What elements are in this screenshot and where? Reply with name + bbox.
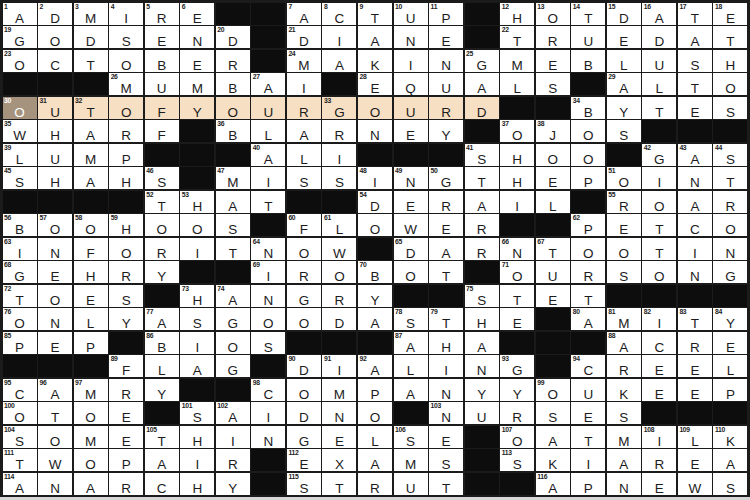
cell-r11c5[interactable]: R [145,238,179,260]
cell-r14c1[interactable]: 76O [3,308,37,330]
cell-r3c2[interactable]: C [38,50,72,72]
cell-r2c7[interactable]: 20D [216,26,250,48]
cell-r20c17[interactable]: I [571,449,605,471]
cell-r8c10[interactable]: S [322,167,356,189]
cell-r5c8[interactable]: U [251,97,285,119]
cell-r6c1[interactable]: 35W [3,120,37,142]
cell-r10c19[interactable]: T [642,214,676,236]
cell-r21c3[interactable]: A [74,473,108,495]
cell-r7c19[interactable]: 42G [642,144,676,166]
cell-r13c7[interactable]: 74A [216,285,250,307]
cell-r13c10[interactable]: R [322,285,356,307]
cell-r10c20[interactable]: C [678,214,712,236]
cell-r11c10[interactable]: W [322,238,356,260]
cell-r10c17[interactable]: 62P [571,214,605,236]
cell-r8c16[interactable]: E [536,167,570,189]
cell-r19c17[interactable]: T [571,426,605,448]
cell-r3c11[interactable]: K [358,50,392,72]
cell-r12c4[interactable]: R [109,261,143,283]
cell-r17c5[interactable]: Y [145,379,179,401]
cell-r21c2[interactable]: N [38,473,72,495]
cell-r19c1[interactable]: 104S [3,426,37,448]
cell-r2c18[interactable]: E [607,26,641,48]
cell-r15c8[interactable]: S [251,332,285,354]
cell-r19c19[interactable]: 108I [642,426,676,448]
cell-r10c13[interactable]: E [429,214,463,236]
cell-r21c1[interactable]: 114A [3,473,37,495]
cell-r10c5[interactable]: O [145,214,179,236]
cell-r12c17[interactable]: R [571,261,605,283]
cell-r10c4[interactable]: 59H [109,214,143,236]
cell-r16c14[interactable]: N [465,355,499,377]
cell-r1c1[interactable]: 1A [3,3,37,25]
cell-r14c15[interactable]: E [500,308,534,330]
cell-r12c5[interactable]: Y [145,261,179,283]
cell-r8c1[interactable]: 45S [3,167,37,189]
cell-r4c16[interactable]: S [536,73,570,95]
cell-r20c16[interactable]: K [536,449,570,471]
cell-r5c17[interactable]: 34B [571,97,605,119]
cell-r13c14[interactable]: 75S [465,285,499,307]
cell-r8c12[interactable]: 49N [394,167,428,189]
cell-r5c21[interactable]: S [713,97,747,119]
cell-r16c20[interactable]: E [678,355,712,377]
cell-r10c1[interactable]: 56B [3,214,37,236]
cell-r14c12[interactable]: 78S [394,308,428,330]
cell-r13c16[interactable]: E [536,285,570,307]
cell-r8c2[interactable]: H [38,167,72,189]
cell-r16c11[interactable]: 92A [358,355,392,377]
cell-r6c10[interactable]: R [322,120,356,142]
cell-r3c13[interactable]: N [429,50,463,72]
cell-r16c7[interactable]: G [216,355,250,377]
cell-r14c6[interactable]: S [180,308,214,330]
cell-r5c11[interactable]: O [358,97,392,119]
cell-r2c1[interactable]: 19G [3,26,37,48]
cell-r11c16[interactable]: 67T [536,238,570,260]
cell-r5c5[interactable]: F [145,97,179,119]
cell-r20c15[interactable]: 113S [500,449,534,471]
cell-r6c15[interactable]: 37O [500,120,534,142]
cell-r4c14[interactable]: A [465,73,499,95]
cell-r12c13[interactable]: T [429,261,463,283]
cell-r1c11[interactable]: 9T [358,3,392,25]
cell-r11c18[interactable]: O [607,238,641,260]
cell-r2c5[interactable]: E [145,26,179,48]
cell-r15c19[interactable]: C [642,332,676,354]
cell-r4c15[interactable]: L [500,73,534,95]
cell-r7c21[interactable]: 44S [713,144,747,166]
cell-r2c12[interactable]: N [394,26,428,48]
cell-r18c9[interactable]: D [287,402,321,424]
cell-r12c9[interactable]: R [287,261,321,283]
cell-r20c18[interactable]: A [607,449,641,471]
cell-r15c5[interactable]: 86B [145,332,179,354]
cell-r19c5[interactable]: 105T [145,426,179,448]
cell-r7c10[interactable]: I [322,144,356,166]
cell-r11c17[interactable]: O [571,238,605,260]
cell-r21c17[interactable]: P [571,473,605,495]
cell-r7c20[interactable]: 43A [678,144,712,166]
cell-r19c4[interactable]: E [109,426,143,448]
cell-r21c7[interactable]: Y [216,473,250,495]
cell-r11c7[interactable]: T [216,238,250,260]
cell-r19c8[interactable]: N [251,426,285,448]
cell-r19c9[interactable]: G [287,426,321,448]
cell-r9c13[interactable]: R [429,191,463,213]
cell-r11c20[interactable]: I [678,238,712,260]
cell-r9c18[interactable]: 55R [607,191,641,213]
cell-r15c12[interactable]: 87A [394,332,428,354]
cell-r5c14[interactable]: D [465,97,499,119]
cell-r8c19[interactable]: I [642,167,676,189]
cell-r9c8[interactable]: T [251,191,285,213]
cell-r19c16[interactable]: A [536,426,570,448]
cell-r6c12[interactable]: E [394,120,428,142]
cell-r19c12[interactable]: 106S [394,426,428,448]
cell-r17c21[interactable]: P [713,379,747,401]
cell-r20c3[interactable]: O [74,449,108,471]
cell-r18c1[interactable]: 100O [3,402,37,424]
cell-r10c18[interactable]: E [607,214,641,236]
cell-r20c4[interactable]: P [109,449,143,471]
cell-r4c9[interactable]: I [287,73,321,95]
cell-r19c21[interactable]: 110K [713,426,747,448]
cell-r8c4[interactable]: H [109,167,143,189]
cell-r17c19[interactable]: E [642,379,676,401]
cell-r14c5[interactable]: 77A [145,308,179,330]
cell-r13c11[interactable]: Y [358,285,392,307]
cell-r13c2[interactable]: O [38,285,72,307]
cell-r1c20[interactable]: 17T [678,3,712,25]
cell-r4c6[interactable]: M [180,73,214,95]
cell-r5c2[interactable]: 31U [38,97,72,119]
cell-r5c3[interactable]: 32T [74,97,108,119]
cell-r2c11[interactable]: A [358,26,392,48]
cell-r19c13[interactable]: E [429,426,463,448]
cell-r21c18[interactable]: N [607,473,641,495]
cell-r1c6[interactable]: 6E [180,3,214,25]
cell-r14c2[interactable]: N [38,308,72,330]
cell-r6c2[interactable]: H [38,120,72,142]
cell-r4c13[interactable]: U [429,73,463,95]
cell-r14c18[interactable]: 81M [607,308,641,330]
cell-r16c5[interactable]: L [145,355,179,377]
cell-r3c18[interactable]: L [607,50,641,72]
cell-r5c18[interactable]: Y [607,97,641,119]
cell-r6c13[interactable]: Y [429,120,463,142]
cell-r18c13[interactable]: 103N [429,402,463,424]
cell-r18c2[interactable]: T [38,402,72,424]
cell-r19c2[interactable]: O [38,426,72,448]
cell-r4c18[interactable]: 29A [607,73,641,95]
cell-r21c19[interactable]: E [642,473,676,495]
cell-r17c10[interactable]: M [322,379,356,401]
cell-r19c7[interactable]: I [216,426,250,448]
cell-r4c12[interactable]: Q [394,73,428,95]
cell-r11c9[interactable]: O [287,238,321,260]
cell-r9c15[interactable]: I [500,191,534,213]
cell-r18c3[interactable]: O [74,402,108,424]
cell-r15c14[interactable]: A [465,332,499,354]
cell-r1c18[interactable]: 15D [607,3,641,25]
cell-r17c13[interactable]: N [429,379,463,401]
cell-r8c14[interactable]: T [465,167,499,189]
cell-r9c14[interactable]: A [465,191,499,213]
cell-r14c10[interactable]: D [322,308,356,330]
cell-r14c11[interactable]: A [358,308,392,330]
cell-r18c18[interactable]: S [607,402,641,424]
cell-r17c11[interactable]: P [358,379,392,401]
cell-r11c13[interactable]: A [429,238,463,260]
cell-r2c15[interactable]: 22T [500,26,534,48]
cell-r8c9[interactable]: S [287,167,321,189]
cell-r11c6[interactable]: I [180,238,214,260]
cell-r16c18[interactable]: R [607,355,641,377]
cell-r2c3[interactable]: D [74,26,108,48]
cell-r17c8[interactable]: 98C [251,379,285,401]
cell-r1c15[interactable]: 12H [500,3,534,25]
cell-r3c12[interactable]: I [394,50,428,72]
cell-r21c13[interactable]: T [429,473,463,495]
cell-r2c6[interactable]: N [180,26,214,48]
cell-r17c12[interactable]: A [394,379,428,401]
cell-r10c3[interactable]: 58O [74,214,108,236]
cell-r1c5[interactable]: 5R [145,3,179,25]
cell-r7c2[interactable]: U [38,144,72,166]
cell-r13c6[interactable]: 73H [180,285,214,307]
cell-r3c5[interactable]: B [145,50,179,72]
cell-r4c21[interactable]: O [713,73,747,95]
cell-r11c14[interactable]: R [465,238,499,260]
cell-r12c2[interactable]: E [38,261,72,283]
cell-r12c10[interactable]: O [322,261,356,283]
cell-r4c5[interactable]: U [145,73,179,95]
cell-r10c6[interactable]: O [180,214,214,236]
cell-r1c21[interactable]: 18E [713,3,747,25]
cell-r4c19[interactable]: L [642,73,676,95]
cell-r18c8[interactable]: I [251,402,285,424]
cell-r6c5[interactable]: F [145,120,179,142]
cell-r2c17[interactable]: U [571,26,605,48]
cell-r4c20[interactable]: T [678,73,712,95]
cell-r2c13[interactable]: E [429,26,463,48]
cell-r12c18[interactable]: S [607,261,641,283]
cell-r16c21[interactable]: L [713,355,747,377]
cell-r11c12[interactable]: 65D [394,238,428,260]
cell-r12c15[interactable]: 71O [500,261,534,283]
cell-r17c15[interactable]: Y [500,379,534,401]
cell-r19c18[interactable]: M [607,426,641,448]
cell-r3c14[interactable]: 25G [465,50,499,72]
cell-r16c6[interactable]: A [180,355,214,377]
cell-r17c20[interactable]: E [678,379,712,401]
cell-r20c9[interactable]: 112E [287,449,321,471]
cell-r20c2[interactable]: W [38,449,72,471]
cell-r8c21[interactable]: T [713,167,747,189]
cell-r3c4[interactable]: O [109,50,143,72]
cell-r10c11[interactable]: O [358,214,392,236]
cell-r15c7[interactable]: O [216,332,250,354]
cell-r3c15[interactable]: M [500,50,534,72]
cell-r21c16[interactable]: 116A [536,473,570,495]
cell-r1c19[interactable]: 16A [642,3,676,25]
cell-r6c4[interactable]: R [109,120,143,142]
cell-r12c16[interactable]: U [536,261,570,283]
cell-r19c6[interactable]: H [180,426,214,448]
cell-r1c17[interactable]: 14T [571,3,605,25]
cell-r13c17[interactable]: T [571,285,605,307]
cell-r19c15[interactable]: 107O [500,426,534,448]
cell-r5c9[interactable]: R [287,97,321,119]
cell-r10c12[interactable]: W [394,214,428,236]
cell-r21c20[interactable]: W [678,473,712,495]
cell-r19c11[interactable]: L [358,426,392,448]
cell-r15c6[interactable]: I [180,332,214,354]
cell-r19c10[interactable]: E [322,426,356,448]
cell-r14c20[interactable]: 83T [678,308,712,330]
cell-r11c19[interactable]: T [642,238,676,260]
cell-r20c11[interactable]: A [358,449,392,471]
cell-r15c13[interactable]: H [429,332,463,354]
cell-r17c16[interactable]: 99O [536,379,570,401]
cell-r9c11[interactable]: 54D [358,191,392,213]
cell-r6c18[interactable]: S [607,120,641,142]
cell-r2c9[interactable]: 21D [287,26,321,48]
cell-r4c7[interactable]: B [216,73,250,95]
cell-r6c8[interactable]: L [251,120,285,142]
cell-r5c12[interactable]: U [394,97,428,119]
cell-r13c9[interactable]: G [287,285,321,307]
cell-r4c4[interactable]: 26M [109,73,143,95]
cell-r17c3[interactable]: 97M [74,379,108,401]
cell-r17c9[interactable]: O [287,379,321,401]
cell-r18c15[interactable]: R [500,402,534,424]
cell-r21c21[interactable]: S [713,473,747,495]
cell-r12c21[interactable]: G [713,261,747,283]
cell-r20c19[interactable]: R [642,449,676,471]
cell-r13c3[interactable]: E [74,285,108,307]
cell-r16c15[interactable]: 93G [500,355,534,377]
cell-r7c9[interactable]: L [287,144,321,166]
cell-r6c11[interactable]: N [358,120,392,142]
cell-r3c21[interactable]: H [713,50,747,72]
cell-r14c19[interactable]: 82I [642,308,676,330]
cell-r9c6[interactable]: 53H [180,191,214,213]
cell-r4c11[interactable]: 28E [358,73,392,95]
cell-r9c7[interactable]: A [216,191,250,213]
cell-r9c19[interactable]: O [642,191,676,213]
cell-r8c20[interactable]: N [678,167,712,189]
cell-r16c17[interactable]: 94C [571,355,605,377]
cell-r5c20[interactable]: E [678,97,712,119]
cell-r7c16[interactable]: O [536,144,570,166]
cell-r18c4[interactable]: E [109,402,143,424]
cell-r18c10[interactable]: N [322,402,356,424]
cell-r21c6[interactable]: H [180,473,214,495]
cell-r8c5[interactable]: 46S [145,167,179,189]
cell-r3c3[interactable]: T [74,50,108,72]
cell-r1c2[interactable]: 2D [38,3,72,25]
cell-r10c14[interactable]: R [465,214,499,236]
cell-r3c1[interactable]: 23O [3,50,37,72]
cell-r7c15[interactable]: H [500,144,534,166]
cell-r10c7[interactable]: S [216,214,250,236]
cell-r10c10[interactable]: 61L [322,214,356,236]
cell-r11c21[interactable]: N [713,238,747,260]
cell-r8c11[interactable]: 48I [358,167,392,189]
cell-r20c1[interactable]: 111T [3,449,37,471]
cell-r8c15[interactable]: H [500,167,534,189]
cell-r5c6[interactable]: Y [180,97,214,119]
cell-r21c10[interactable]: T [322,473,356,495]
cell-r13c8[interactable]: N [251,285,285,307]
cell-r6c3[interactable]: A [74,120,108,142]
cell-r7c4[interactable]: P [109,144,143,166]
cell-r6c17[interactable]: O [571,120,605,142]
cell-r1c10[interactable]: 8C [322,3,356,25]
cell-r4c8[interactable]: 27A [251,73,285,95]
cell-r1c13[interactable]: 11P [429,3,463,25]
cell-r7c17[interactable]: O [571,144,605,166]
cell-r18c17[interactable]: E [571,402,605,424]
cell-r11c2[interactable]: N [38,238,72,260]
cell-r1c3[interactable]: 3M [74,3,108,25]
cell-r11c15[interactable]: 66N [500,238,534,260]
cell-r19c20[interactable]: 109L [678,426,712,448]
cell-r3c16[interactable]: E [536,50,570,72]
cell-r21c5[interactable]: C [145,473,179,495]
cell-r15c2[interactable]: E [38,332,72,354]
cell-r1c12[interactable]: 10U [394,3,428,25]
cell-r14c21[interactable]: 84Y [713,308,747,330]
cell-r2c4[interactable]: S [109,26,143,48]
cell-r14c4[interactable]: Y [109,308,143,330]
cell-r1c9[interactable]: 7A [287,3,321,25]
cell-r18c16[interactable]: S [536,402,570,424]
cell-r3c19[interactable]: U [642,50,676,72]
cell-r9c16[interactable]: L [536,191,570,213]
cell-r12c12[interactable]: O [394,261,428,283]
cell-r21c9[interactable]: 115S [287,473,321,495]
cell-r2c19[interactable]: D [642,26,676,48]
cell-r20c10[interactable]: X [322,449,356,471]
cell-r20c21[interactable]: A [713,449,747,471]
cell-r12c1[interactable]: 68G [3,261,37,283]
cell-r2c21[interactable]: T [713,26,747,48]
cell-r20c7[interactable]: R [216,449,250,471]
cell-r12c19[interactable]: O [642,261,676,283]
cell-r17c1[interactable]: 95C [3,379,37,401]
cell-r2c20[interactable]: A [678,26,712,48]
cell-r15c18[interactable]: 88A [607,332,641,354]
cell-r3c20[interactable]: S [678,50,712,72]
cell-r13c1[interactable]: 72T [3,285,37,307]
cell-r15c21[interactable]: E [713,332,747,354]
cell-r14c7[interactable]: G [216,308,250,330]
cell-r19c3[interactable]: M [74,426,108,448]
cell-r15c1[interactable]: 85P [3,332,37,354]
cell-r7c3[interactable]: M [74,144,108,166]
cell-r3c17[interactable]: B [571,50,605,72]
cell-r10c9[interactable]: 60F [287,214,321,236]
cell-r11c1[interactable]: 63I [3,238,37,260]
cell-r15c3[interactable]: P [74,332,108,354]
cell-r10c21[interactable]: O [713,214,747,236]
cell-r12c8[interactable]: 69I [251,261,285,283]
cell-r2c2[interactable]: O [38,26,72,48]
cell-r20c20[interactable]: E [678,449,712,471]
